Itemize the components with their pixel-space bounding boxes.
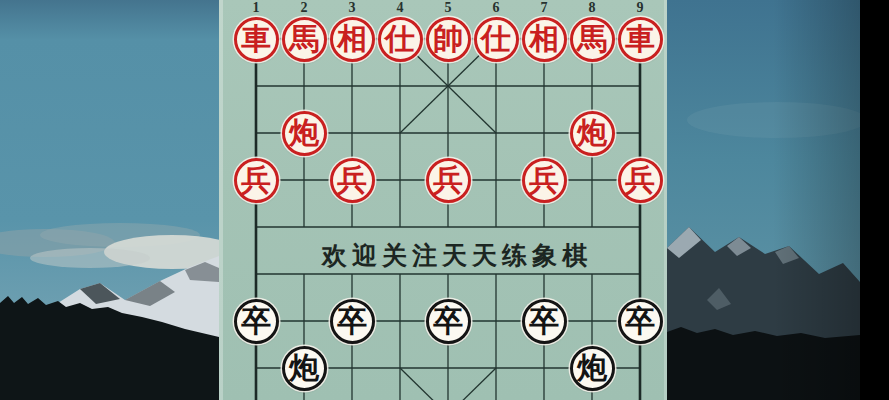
piece-red-elephant[interactable]: 相 [330, 17, 375, 62]
piece-red-chariot[interactable]: 車 [234, 17, 279, 62]
piece-red-soldier[interactable]: 兵 [618, 158, 663, 203]
piece-red-chariot[interactable]: 車 [618, 17, 663, 62]
river-banner-text: 欢迎关注天天练象棋 [322, 239, 592, 272]
file-label-7: 7 [534, 0, 554, 16]
background-photo-right [667, 0, 860, 400]
piece-red-soldier[interactable]: 兵 [234, 158, 279, 203]
file-label-4: 4 [390, 0, 410, 16]
letterbox-bar [860, 0, 889, 400]
screenshot-frame: 123456789 欢迎关注天天练象棋 車馬相仕帥仕相馬車炮炮兵兵兵兵兵卒卒卒卒… [0, 0, 889, 400]
piece-black-cannon[interactable]: 炮 [570, 346, 615, 391]
file-label-8: 8 [582, 0, 602, 16]
piece-black-soldier[interactable]: 卒 [330, 299, 375, 344]
file-label-3: 3 [342, 0, 362, 16]
file-label-1: 1 [246, 0, 266, 16]
piece-black-cannon[interactable]: 炮 [282, 346, 327, 391]
piece-black-soldier[interactable]: 卒 [522, 299, 567, 344]
file-label-2: 2 [294, 0, 314, 16]
piece-red-cannon[interactable]: 炮 [570, 111, 615, 156]
piece-black-soldier[interactable]: 卒 [618, 299, 663, 344]
piece-red-horse[interactable]: 馬 [570, 17, 615, 62]
piece-red-advisor[interactable]: 仕 [474, 17, 519, 62]
piece-red-cannon[interactable]: 炮 [282, 111, 327, 156]
piece-red-elephant[interactable]: 相 [522, 17, 567, 62]
file-label-5: 5 [438, 0, 458, 16]
right-edge-shadow [667, 0, 860, 400]
mountain-scenery-left [0, 0, 219, 400]
cloud [30, 248, 150, 268]
piece-red-soldier[interactable]: 兵 [426, 158, 471, 203]
piece-red-horse[interactable]: 馬 [282, 17, 327, 62]
piece-red-soldier[interactable]: 兵 [522, 158, 567, 203]
background-photo-left [0, 0, 219, 400]
file-label-9: 9 [630, 0, 650, 16]
xiangqi-board[interactable]: 123456789 欢迎关注天天练象棋 車馬相仕帥仕相馬車炮炮兵兵兵兵兵卒卒卒卒… [219, 0, 667, 400]
piece-red-advisor[interactable]: 仕 [378, 17, 423, 62]
piece-black-soldier[interactable]: 卒 [234, 299, 279, 344]
piece-black-soldier[interactable]: 卒 [426, 299, 471, 344]
file-label-6: 6 [486, 0, 506, 16]
piece-red-soldier[interactable]: 兵 [330, 158, 375, 203]
piece-red-general[interactable]: 帥 [426, 17, 471, 62]
